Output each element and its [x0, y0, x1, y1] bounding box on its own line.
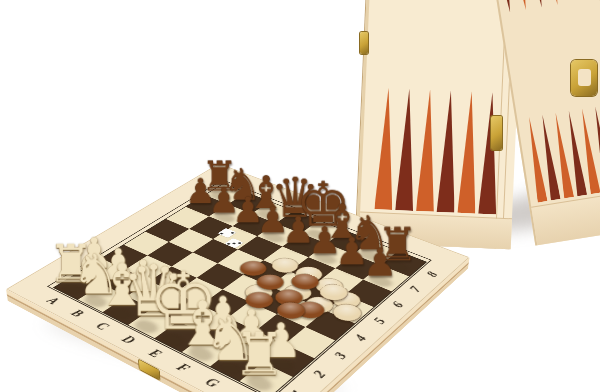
- backgammon-point-maroon: [527, 0, 547, 8]
- backgammon-point-orange: [457, 91, 480, 214]
- backgammon-point-orange: [511, 0, 531, 11]
- chess-piece-dark-pawn: ♟: [357, 243, 402, 281]
- backgammon-point-orange: [543, 0, 563, 6]
- backgammon-point-orange: [374, 87, 397, 210]
- backgammon-point-orange: [416, 89, 439, 212]
- case-catch: [360, 32, 368, 54]
- backgammon-left-points: [374, 87, 501, 214]
- backgammon-point-maroon: [437, 90, 460, 213]
- chess-piece-light-rook: ♜: [232, 325, 283, 384]
- product-photo-scene: ABCDEFGH12345678 ♜♞♝♛♚♝♞♜♟♟♟♟♟♟♟♟♟♟♟♟♟♟♟…: [0, 0, 600, 392]
- backgammon-right-points: [524, 106, 600, 203]
- backgammon-right-top-points: [496, 0, 563, 13]
- case-clasp-hole: [578, 69, 591, 86]
- backgammon-point-maroon: [395, 88, 418, 211]
- case-hinge: [491, 116, 502, 150]
- case-clasp: [571, 60, 597, 96]
- backgammon-point-maroon: [496, 0, 516, 13]
